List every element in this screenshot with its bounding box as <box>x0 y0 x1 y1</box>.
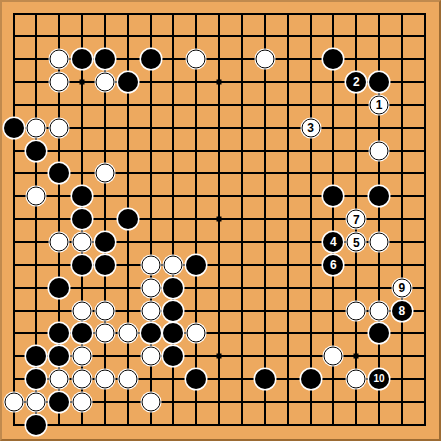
black-stone <box>72 323 92 343</box>
white-stone <box>50 50 69 69</box>
black-stone <box>163 301 183 321</box>
black-stone-move-2: 2 <box>346 72 366 92</box>
black-stone <box>118 72 138 92</box>
black-stone <box>163 346 183 366</box>
black-stone <box>72 255 92 275</box>
white-stone <box>4 392 23 411</box>
black-stone <box>72 209 92 229</box>
black-stone <box>186 369 206 389</box>
white-stone <box>27 392 46 411</box>
white-stone <box>95 370 114 389</box>
grid-line-vertical <box>241 13 243 426</box>
white-stone <box>73 347 92 366</box>
white-stone <box>73 301 92 320</box>
black-stone <box>49 323 69 343</box>
white-stone <box>95 73 114 92</box>
white-stone <box>141 278 160 297</box>
white-stone <box>347 301 366 320</box>
black-stone <box>26 369 46 389</box>
white-stone <box>27 187 46 206</box>
black-stone <box>95 232 115 252</box>
white-stone <box>164 255 183 274</box>
black-stone <box>369 186 389 206</box>
grid-line-vertical <box>310 13 312 426</box>
hoshi-point <box>217 80 222 85</box>
black-stone <box>95 49 115 69</box>
hoshi-point <box>80 80 85 85</box>
grid-line-vertical <box>401 13 403 426</box>
hoshi-point <box>217 354 222 359</box>
white-stone <box>73 233 92 252</box>
white-stone <box>187 50 206 69</box>
black-stone <box>186 255 206 275</box>
white-stone-move-1: 1 <box>370 95 389 114</box>
black-stone <box>49 278 69 298</box>
white-stone <box>141 255 160 274</box>
black-stone <box>72 186 92 206</box>
white-stone <box>50 118 69 137</box>
white-stone <box>95 324 114 343</box>
white-stone <box>118 370 137 389</box>
black-stone <box>163 278 183 298</box>
white-stone <box>50 233 69 252</box>
black-stone <box>26 415 46 435</box>
white-stone <box>95 301 114 320</box>
black-stone <box>255 369 275 389</box>
grid-line-vertical <box>264 13 266 426</box>
white-stone <box>95 164 114 183</box>
black-stone-move-4: 4 <box>323 232 343 252</box>
black-stone <box>26 141 46 161</box>
black-stone <box>141 323 161 343</box>
grid-line-horizontal <box>13 287 426 289</box>
white-stone <box>118 324 137 343</box>
white-stone-move-5: 5 <box>347 233 366 252</box>
black-stone-move-8: 8 <box>392 301 412 321</box>
grid-line-vertical <box>424 13 426 426</box>
go-board[interactable]: 21374569810 <box>0 0 441 441</box>
white-stone <box>324 347 343 366</box>
black-stone <box>141 49 161 69</box>
white-stone <box>347 370 366 389</box>
white-stone <box>370 141 389 160</box>
white-stone <box>141 392 160 411</box>
white-stone <box>27 118 46 137</box>
white-stone <box>187 324 206 343</box>
black-stone <box>118 209 138 229</box>
white-stone <box>255 50 274 69</box>
white-stone <box>370 233 389 252</box>
white-stone <box>370 301 389 320</box>
black-stone <box>95 255 115 275</box>
black-stone <box>26 346 46 366</box>
white-stone-move-3: 3 <box>301 118 320 137</box>
black-stone <box>49 392 69 412</box>
white-stone <box>50 370 69 389</box>
white-stone-move-9: 9 <box>392 278 411 297</box>
black-stone <box>369 72 389 92</box>
white-stone <box>141 301 160 320</box>
black-stone <box>369 323 389 343</box>
white-stone <box>50 73 69 92</box>
white-stone <box>141 347 160 366</box>
black-stone <box>323 49 343 69</box>
black-stone <box>323 186 343 206</box>
hoshi-point <box>217 217 222 222</box>
black-stone <box>72 49 92 69</box>
white-stone-move-7: 7 <box>347 210 366 229</box>
black-stone <box>4 118 24 138</box>
grid-line-vertical <box>287 13 289 426</box>
black-stone <box>163 323 183 343</box>
black-stone <box>49 163 69 183</box>
black-stone <box>49 346 69 366</box>
hoshi-point <box>354 354 359 359</box>
black-stone-move-6: 6 <box>323 255 343 275</box>
white-stone <box>73 392 92 411</box>
black-stone-move-10: 10 <box>369 369 389 389</box>
black-stone <box>301 369 321 389</box>
white-stone <box>73 370 92 389</box>
grid-line-horizontal <box>13 424 426 426</box>
